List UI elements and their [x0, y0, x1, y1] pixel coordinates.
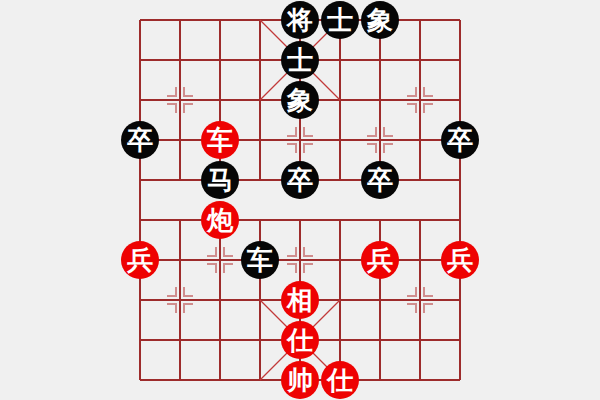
piece-red-cannon[interactable]: 炮 [201, 201, 239, 239]
point-2-0[interactable] [200, 0, 240, 40]
point-6-9[interactable] [360, 360, 400, 400]
point-7-6[interactable] [400, 240, 440, 280]
point-3-8[interactable] [240, 320, 280, 360]
point-2-9[interactable] [200, 360, 240, 400]
point-0-7[interactable] [120, 280, 160, 320]
point-3-4[interactable] [240, 160, 280, 200]
point-1-7[interactable] [160, 280, 200, 320]
point-8-9[interactable] [440, 360, 480, 400]
point-1-3[interactable] [160, 120, 200, 160]
point-4-7[interactable]: 相 [280, 280, 320, 320]
point-6-8[interactable] [360, 320, 400, 360]
point-3-0[interactable] [240, 0, 280, 40]
point-5-9[interactable]: 仕 [320, 360, 360, 400]
point-7-8[interactable] [400, 320, 440, 360]
point-3-2[interactable] [240, 80, 280, 120]
point-2-8[interactable] [200, 320, 240, 360]
point-1-2[interactable] [160, 80, 200, 120]
point-1-4[interactable] [160, 160, 200, 200]
point-8-2[interactable] [440, 80, 480, 120]
point-4-0[interactable]: 将 [280, 0, 320, 40]
point-5-3[interactable] [320, 120, 360, 160]
point-1-5[interactable] [160, 200, 200, 240]
piece-red-soldier[interactable]: 兵 [121, 241, 159, 279]
piece-red-chariot[interactable]: 车 [201, 121, 239, 159]
piece-black-advisor[interactable]: 士 [281, 41, 319, 79]
point-1-6[interactable] [160, 240, 200, 280]
piece-black-soldier[interactable]: 卒 [361, 161, 399, 199]
point-8-5[interactable] [440, 200, 480, 240]
point-6-1[interactable] [360, 40, 400, 80]
point-6-4[interactable]: 卒 [360, 160, 400, 200]
point-8-4[interactable] [440, 160, 480, 200]
point-7-4[interactable] [400, 160, 440, 200]
point-2-2[interactable] [200, 80, 240, 120]
xiangqi-app: 将士象士象卒车卒马卒卒炮兵车兵兵相仕帅仕 [0, 0, 600, 400]
point-4-5[interactable] [280, 200, 320, 240]
point-1-1[interactable] [160, 40, 200, 80]
piece-red-advisor[interactable]: 仕 [321, 361, 359, 399]
point-6-7[interactable] [360, 280, 400, 320]
point-2-4[interactable]: 马 [200, 160, 240, 200]
point-6-6[interactable]: 兵 [360, 240, 400, 280]
piece-black-chariot[interactable]: 车 [241, 241, 279, 279]
point-4-1[interactable]: 士 [280, 40, 320, 80]
point-5-0[interactable]: 士 [320, 0, 360, 40]
point-7-0[interactable] [400, 0, 440, 40]
point-3-5[interactable] [240, 200, 280, 240]
point-6-2[interactable] [360, 80, 400, 120]
point-8-7[interactable] [440, 280, 480, 320]
point-2-7[interactable] [200, 280, 240, 320]
point-6-5[interactable] [360, 200, 400, 240]
point-5-5[interactable] [320, 200, 360, 240]
piece-red-advisor[interactable]: 仕 [281, 321, 319, 359]
piece-black-soldier[interactable]: 卒 [281, 161, 319, 199]
point-8-8[interactable] [440, 320, 480, 360]
point-5-6[interactable] [320, 240, 360, 280]
point-8-3[interactable]: 卒 [440, 120, 480, 160]
point-3-6[interactable]: 车 [240, 240, 280, 280]
point-0-6[interactable]: 兵 [120, 240, 160, 280]
piece-red-general[interactable]: 帅 [281, 361, 319, 399]
point-0-0[interactable] [120, 0, 160, 40]
point-2-6[interactable] [200, 240, 240, 280]
point-5-4[interactable] [320, 160, 360, 200]
point-4-2[interactable]: 象 [280, 80, 320, 120]
point-4-9[interactable]: 帅 [280, 360, 320, 400]
point-7-9[interactable] [400, 360, 440, 400]
point-8-6[interactable]: 兵 [440, 240, 480, 280]
piece-black-advisor[interactable]: 士 [321, 1, 359, 39]
point-3-1[interactable] [240, 40, 280, 80]
piece-black-soldier[interactable]: 卒 [121, 121, 159, 159]
point-3-7[interactable] [240, 280, 280, 320]
point-3-9[interactable] [240, 360, 280, 400]
piece-black-soldier[interactable]: 卒 [441, 121, 479, 159]
piece-black-elephant[interactable]: 象 [281, 81, 319, 119]
point-2-1[interactable] [200, 40, 240, 80]
piece-black-elephant[interactable]: 象 [361, 1, 399, 39]
point-8-0[interactable] [440, 0, 480, 40]
point-1-0[interactable] [160, 0, 200, 40]
piece-black-horse[interactable]: 马 [201, 161, 239, 199]
point-4-3[interactable] [280, 120, 320, 160]
point-0-4[interactable] [120, 160, 160, 200]
point-3-3[interactable] [240, 120, 280, 160]
point-5-1[interactable] [320, 40, 360, 80]
point-6-3[interactable] [360, 120, 400, 160]
point-0-3[interactable]: 卒 [120, 120, 160, 160]
point-7-1[interactable] [400, 40, 440, 80]
point-0-5[interactable] [120, 200, 160, 240]
xiangqi-board: 将士象士象卒车卒马卒卒炮兵车兵兵相仕帅仕 [120, 0, 480, 400]
point-4-6[interactable] [280, 240, 320, 280]
point-5-2[interactable] [320, 80, 360, 120]
point-0-2[interactable] [120, 80, 160, 120]
point-5-7[interactable] [320, 280, 360, 320]
point-5-8[interactable] [320, 320, 360, 360]
piece-red-elephant[interactable]: 相 [281, 281, 319, 319]
point-1-9[interactable] [160, 360, 200, 400]
piece-black-general[interactable]: 将 [281, 1, 319, 39]
point-2-5[interactable]: 炮 [200, 200, 240, 240]
point-7-5[interactable] [400, 200, 440, 240]
point-2-3[interactable]: 车 [200, 120, 240, 160]
piece-red-soldier[interactable]: 兵 [361, 241, 399, 279]
point-0-8[interactable] [120, 320, 160, 360]
point-7-2[interactable] [400, 80, 440, 120]
point-0-9[interactable] [120, 360, 160, 400]
point-8-1[interactable] [440, 40, 480, 80]
point-6-0[interactable]: 象 [360, 0, 400, 40]
piece-red-soldier[interactable]: 兵 [441, 241, 479, 279]
point-1-8[interactable] [160, 320, 200, 360]
point-7-7[interactable] [400, 280, 440, 320]
point-4-8[interactable]: 仕 [280, 320, 320, 360]
point-4-4[interactable]: 卒 [280, 160, 320, 200]
point-7-3[interactable] [400, 120, 440, 160]
point-0-1[interactable] [120, 40, 160, 80]
